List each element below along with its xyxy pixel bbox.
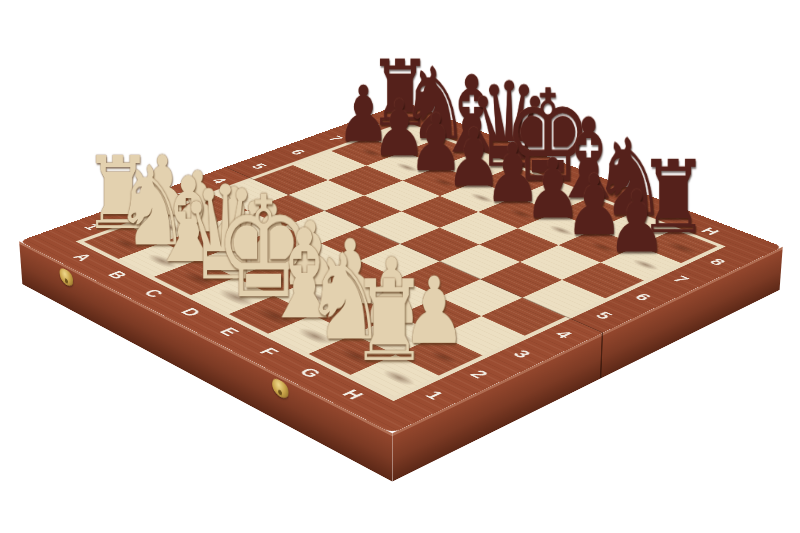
brass-clasp-left bbox=[59, 266, 74, 289]
white-rook-icon: ♜ bbox=[302, 266, 477, 378]
fold-seam-edge bbox=[600, 333, 603, 379]
black-pawn-icon: ♟ bbox=[557, 179, 716, 265]
product-photo-scene: ABCDEFGH ABCDEFGH 87654321 87654321 ♜♞♝♛… bbox=[0, 0, 800, 533]
brass-clasp-right bbox=[272, 376, 289, 401]
chess-board: ABCDEFGH ABCDEFGH 87654321 87654321 ♜♞♝♛… bbox=[19, 102, 783, 433]
